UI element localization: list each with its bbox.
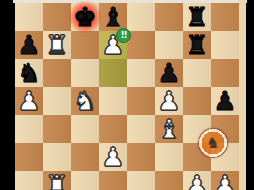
piece-white-rook-b2[interactable]: ♜ xyxy=(43,171,71,190)
square-c4[interactable] xyxy=(71,115,99,143)
piece-black-bishop-d8[interactable]: ♝ xyxy=(99,3,127,31)
square-h5[interactable]: ♟ xyxy=(211,87,239,115)
square-f3[interactable] xyxy=(155,143,183,171)
piece-white-pawn-h2[interactable]: ♟ xyxy=(211,171,239,190)
piece-white-pawn-d3[interactable]: ♟ xyxy=(99,143,127,171)
square-f4[interactable]: ♝ xyxy=(155,115,183,143)
square-e6[interactable] xyxy=(127,59,155,87)
piece-black-pawn-a7[interactable]: ♟ xyxy=(15,31,43,59)
square-c5[interactable]: ♞ xyxy=(71,87,99,115)
square-d8[interactable]: ♝ xyxy=(99,3,127,31)
square-a3[interactable] xyxy=(15,143,43,171)
square-b5[interactable] xyxy=(43,87,71,115)
square-c6[interactable] xyxy=(71,59,99,87)
piece-black-rook-g7[interactable]: ♜ xyxy=(183,31,211,59)
square-d3[interactable]: ♟ xyxy=(99,143,127,171)
square-g6[interactable] xyxy=(183,59,211,87)
square-b6[interactable] xyxy=(43,59,71,87)
square-b2[interactable]: ♜ xyxy=(43,171,71,190)
square-d2[interactable] xyxy=(99,171,127,190)
square-h2[interactable]: ♟ xyxy=(211,171,239,190)
piece-black-king-c8[interactable]: ♚ xyxy=(71,3,99,31)
square-g2[interactable]: ♟ xyxy=(183,171,211,190)
square-f7[interactable] xyxy=(155,31,183,59)
square-e7[interactable] xyxy=(127,31,155,59)
piece-black-pawn-h5[interactable]: ♟ xyxy=(211,87,239,115)
watermark-logo: ♞ xyxy=(198,128,228,158)
square-h7[interactable] xyxy=(211,31,239,59)
square-b4[interactable] xyxy=(43,115,71,143)
square-a8[interactable] xyxy=(15,3,43,31)
square-b3[interactable] xyxy=(43,143,71,171)
board-right-border xyxy=(239,0,246,190)
square-a2[interactable] xyxy=(15,171,43,190)
square-c8[interactable]: ♚ xyxy=(71,3,99,31)
square-d6[interactable] xyxy=(99,59,127,87)
square-e8[interactable] xyxy=(127,3,155,31)
square-a4[interactable] xyxy=(15,115,43,143)
square-b7[interactable]: ♜ xyxy=(43,31,71,59)
square-d5[interactable] xyxy=(99,87,127,115)
square-e5[interactable] xyxy=(127,87,155,115)
square-f5[interactable]: ♟ xyxy=(155,87,183,115)
square-g5[interactable] xyxy=(183,87,211,115)
piece-black-knight-a6[interactable]: ♞ xyxy=(15,59,43,87)
piece-black-pawn-f6[interactable]: ♟ xyxy=(155,59,183,87)
square-c2[interactable] xyxy=(71,171,99,190)
square-d4[interactable] xyxy=(99,115,127,143)
square-c3[interactable] xyxy=(71,143,99,171)
piece-white-bishop-f4[interactable]: ♝ xyxy=(155,115,183,143)
square-f8[interactable] xyxy=(155,3,183,31)
square-a7[interactable]: ♟ xyxy=(15,31,43,59)
square-f2[interactable] xyxy=(155,171,183,190)
piece-white-pawn-f5[interactable]: ♟ xyxy=(155,87,183,115)
square-a5[interactable]: ♟ xyxy=(15,87,43,115)
video-frame: ♚♝♜♟♜♟♜♞♟♟♞♟♟♝♟♜♟♟ !! ♞ xyxy=(0,0,254,190)
piece-white-pawn-g2[interactable]: ♟ xyxy=(183,171,211,190)
square-h8[interactable] xyxy=(211,3,239,31)
square-b8[interactable] xyxy=(43,3,71,31)
square-e3[interactable] xyxy=(127,143,155,171)
piece-white-rook-b7[interactable]: ♜ xyxy=(43,31,71,59)
square-c7[interactable] xyxy=(71,31,99,59)
square-f6[interactable]: ♟ xyxy=(155,59,183,87)
square-e2[interactable] xyxy=(127,171,155,190)
knight-logo-icon: ♞ xyxy=(198,128,228,158)
square-h6[interactable] xyxy=(211,59,239,87)
brilliant-move-badge: !! xyxy=(116,28,131,43)
piece-white-pawn-a5[interactable]: ♟ xyxy=(15,87,43,115)
square-g8[interactable]: ♜ xyxy=(183,3,211,31)
square-g7[interactable]: ♜ xyxy=(183,31,211,59)
piece-white-knight-c5[interactable]: ♞ xyxy=(71,87,99,115)
square-a6[interactable]: ♞ xyxy=(15,59,43,87)
square-e4[interactable] xyxy=(127,115,155,143)
piece-black-rook-g8[interactable]: ♜ xyxy=(183,3,211,31)
